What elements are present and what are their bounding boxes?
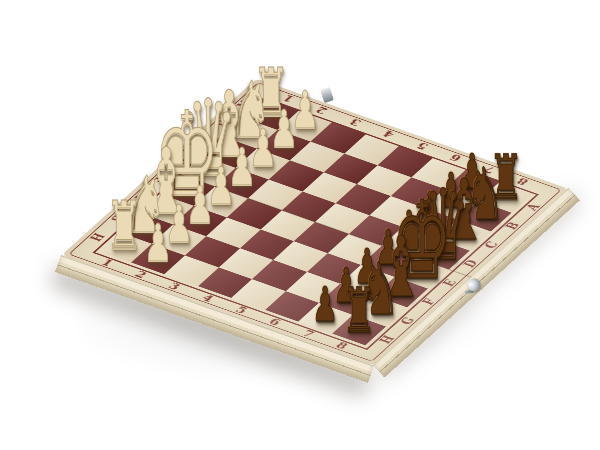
file-label-front-H: H xyxy=(377,334,396,345)
file-label-front-G: G xyxy=(399,316,417,326)
rank-label-front-4: 4 xyxy=(200,293,216,303)
rank-label-front-5: 5 xyxy=(233,305,249,315)
black-pawn[interactable]: ♟ xyxy=(312,280,339,328)
rank-label-back-5: 5 xyxy=(415,141,431,151)
file-label-back-H: H xyxy=(87,232,106,243)
rank-label-front-3: 3 xyxy=(166,282,182,292)
rank-label-back-4: 4 xyxy=(381,129,397,139)
file-label-front-B: B xyxy=(503,221,521,231)
chess-set-photo: 11AA22BB33CC44DD55EE66FF77GG88HH ♜♟♞♟♝♟♛… xyxy=(0,0,600,450)
rank-label-back-3: 3 xyxy=(348,117,364,127)
white-rook[interactable]: ♜ xyxy=(106,193,143,260)
file-label-front-A: A xyxy=(524,202,542,211)
rank-label-front-6: 6 xyxy=(267,317,283,327)
white-pawn[interactable]: ♟ xyxy=(144,217,173,269)
black-rook[interactable]: ♜ xyxy=(342,280,376,342)
